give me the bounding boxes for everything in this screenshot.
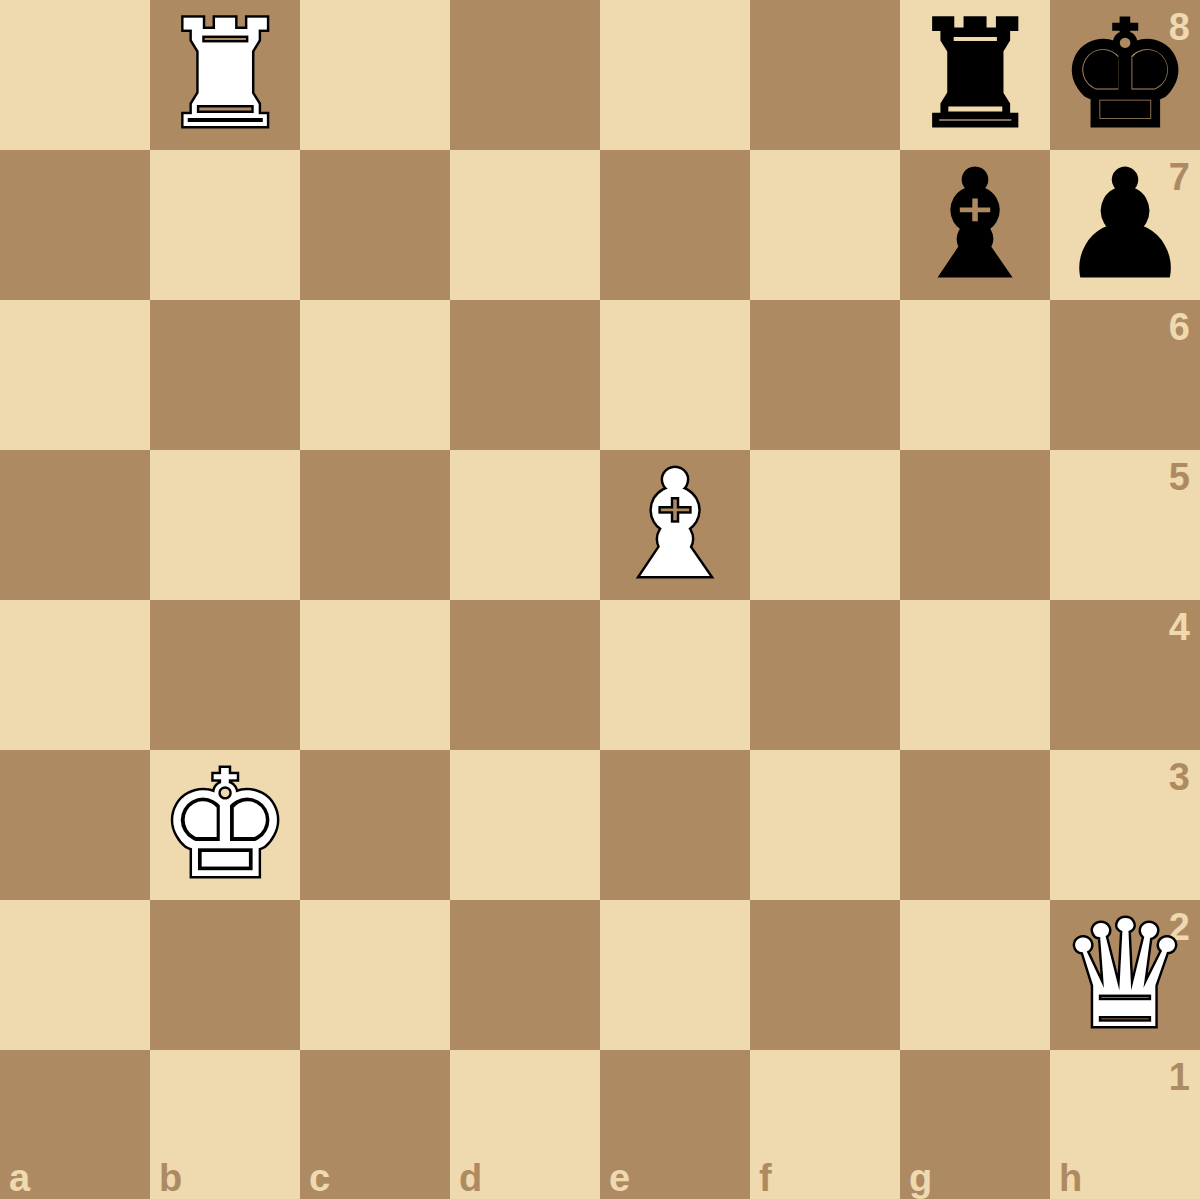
square-f5[interactable] bbox=[750, 450, 900, 600]
black-pawn-h7[interactable]: ♟ bbox=[1059, 150, 1192, 300]
square-a8[interactable] bbox=[0, 0, 150, 150]
square-b3[interactable]: ♚ bbox=[150, 750, 300, 900]
square-h2[interactable]: ♛2 bbox=[1050, 900, 1200, 1050]
square-b2[interactable] bbox=[150, 900, 300, 1050]
square-c3[interactable] bbox=[300, 750, 450, 900]
square-h1[interactable]: 1h bbox=[1050, 1050, 1200, 1199]
square-d8[interactable] bbox=[450, 0, 600, 150]
square-g1[interactable]: g bbox=[900, 1050, 1050, 1199]
square-e3[interactable] bbox=[600, 750, 750, 900]
file-label-g: g bbox=[909, 1159, 932, 1197]
square-a5[interactable] bbox=[0, 450, 150, 600]
square-b6[interactable] bbox=[150, 300, 300, 450]
square-g6[interactable] bbox=[900, 300, 1050, 450]
square-e1[interactable]: e bbox=[600, 1050, 750, 1199]
white-rook-b8[interactable]: ♜ bbox=[159, 0, 292, 150]
square-h6[interactable]: 6 bbox=[1050, 300, 1200, 450]
rank-label-6: 6 bbox=[1169, 308, 1190, 346]
square-c6[interactable] bbox=[300, 300, 450, 450]
square-h8[interactable]: ♚8 bbox=[1050, 0, 1200, 150]
file-label-e: e bbox=[609, 1159, 630, 1197]
square-a1[interactable]: a bbox=[0, 1050, 150, 1199]
square-g8[interactable]: ♜ bbox=[900, 0, 1050, 150]
square-d6[interactable] bbox=[450, 300, 600, 450]
square-e6[interactable] bbox=[600, 300, 750, 450]
square-g2[interactable] bbox=[900, 900, 1050, 1050]
square-d5[interactable] bbox=[450, 450, 600, 600]
square-e2[interactable] bbox=[600, 900, 750, 1050]
square-f8[interactable] bbox=[750, 0, 900, 150]
square-e4[interactable] bbox=[600, 600, 750, 750]
square-b7[interactable] bbox=[150, 150, 300, 300]
square-a2[interactable] bbox=[0, 900, 150, 1050]
square-b5[interactable] bbox=[150, 450, 300, 600]
square-b1[interactable]: b bbox=[150, 1050, 300, 1199]
square-e8[interactable] bbox=[600, 0, 750, 150]
square-h5[interactable]: 5 bbox=[1050, 450, 1200, 600]
square-c2[interactable] bbox=[300, 900, 450, 1050]
square-f4[interactable] bbox=[750, 600, 900, 750]
square-a7[interactable] bbox=[0, 150, 150, 300]
square-d4[interactable] bbox=[450, 600, 600, 750]
file-label-h: h bbox=[1059, 1159, 1082, 1197]
rank-label-4: 4 bbox=[1169, 608, 1190, 646]
square-f6[interactable] bbox=[750, 300, 900, 450]
white-king-b3[interactable]: ♚ bbox=[159, 750, 292, 900]
file-label-a: a bbox=[9, 1159, 30, 1197]
square-b8[interactable]: ♜ bbox=[150, 0, 300, 150]
black-king-h8[interactable]: ♚ bbox=[1059, 0, 1192, 150]
square-g5[interactable] bbox=[900, 450, 1050, 600]
square-c4[interactable] bbox=[300, 600, 450, 750]
square-f1[interactable]: f bbox=[750, 1050, 900, 1199]
square-b4[interactable] bbox=[150, 600, 300, 750]
white-queen-h2[interactable]: ♛ bbox=[1059, 900, 1192, 1050]
square-d7[interactable] bbox=[450, 150, 600, 300]
chess-board: ♜♜♚8♝♟76♝54♚3♛2abcdefg1h bbox=[0, 0, 1200, 1199]
square-g3[interactable] bbox=[900, 750, 1050, 900]
file-label-d: d bbox=[459, 1159, 482, 1197]
white-bishop-e5[interactable]: ♝ bbox=[609, 450, 742, 600]
square-d2[interactable] bbox=[450, 900, 600, 1050]
square-h4[interactable]: 4 bbox=[1050, 600, 1200, 750]
square-c7[interactable] bbox=[300, 150, 450, 300]
square-f3[interactable] bbox=[750, 750, 900, 900]
rank-label-3: 3 bbox=[1169, 758, 1190, 796]
rank-label-5: 5 bbox=[1169, 458, 1190, 496]
square-h7[interactable]: ♟7 bbox=[1050, 150, 1200, 300]
black-bishop-g7[interactable]: ♝ bbox=[909, 150, 1042, 300]
square-h3[interactable]: 3 bbox=[1050, 750, 1200, 900]
square-e7[interactable] bbox=[600, 150, 750, 300]
file-label-b: b bbox=[159, 1159, 182, 1197]
black-rook-g8[interactable]: ♜ bbox=[909, 0, 1042, 150]
square-g4[interactable] bbox=[900, 600, 1050, 750]
square-c8[interactable] bbox=[300, 0, 450, 150]
rank-label-1: 1 bbox=[1169, 1058, 1190, 1096]
square-c5[interactable] bbox=[300, 450, 450, 600]
square-d1[interactable]: d bbox=[450, 1050, 600, 1199]
square-c1[interactable]: c bbox=[300, 1050, 450, 1199]
square-g7[interactable]: ♝ bbox=[900, 150, 1050, 300]
square-a6[interactable] bbox=[0, 300, 150, 450]
square-f2[interactable] bbox=[750, 900, 900, 1050]
square-a3[interactable] bbox=[0, 750, 150, 900]
file-label-f: f bbox=[759, 1159, 772, 1197]
square-e5[interactable]: ♝ bbox=[600, 450, 750, 600]
file-label-c: c bbox=[309, 1159, 330, 1197]
square-d3[interactable] bbox=[450, 750, 600, 900]
square-a4[interactable] bbox=[0, 600, 150, 750]
square-f7[interactable] bbox=[750, 150, 900, 300]
